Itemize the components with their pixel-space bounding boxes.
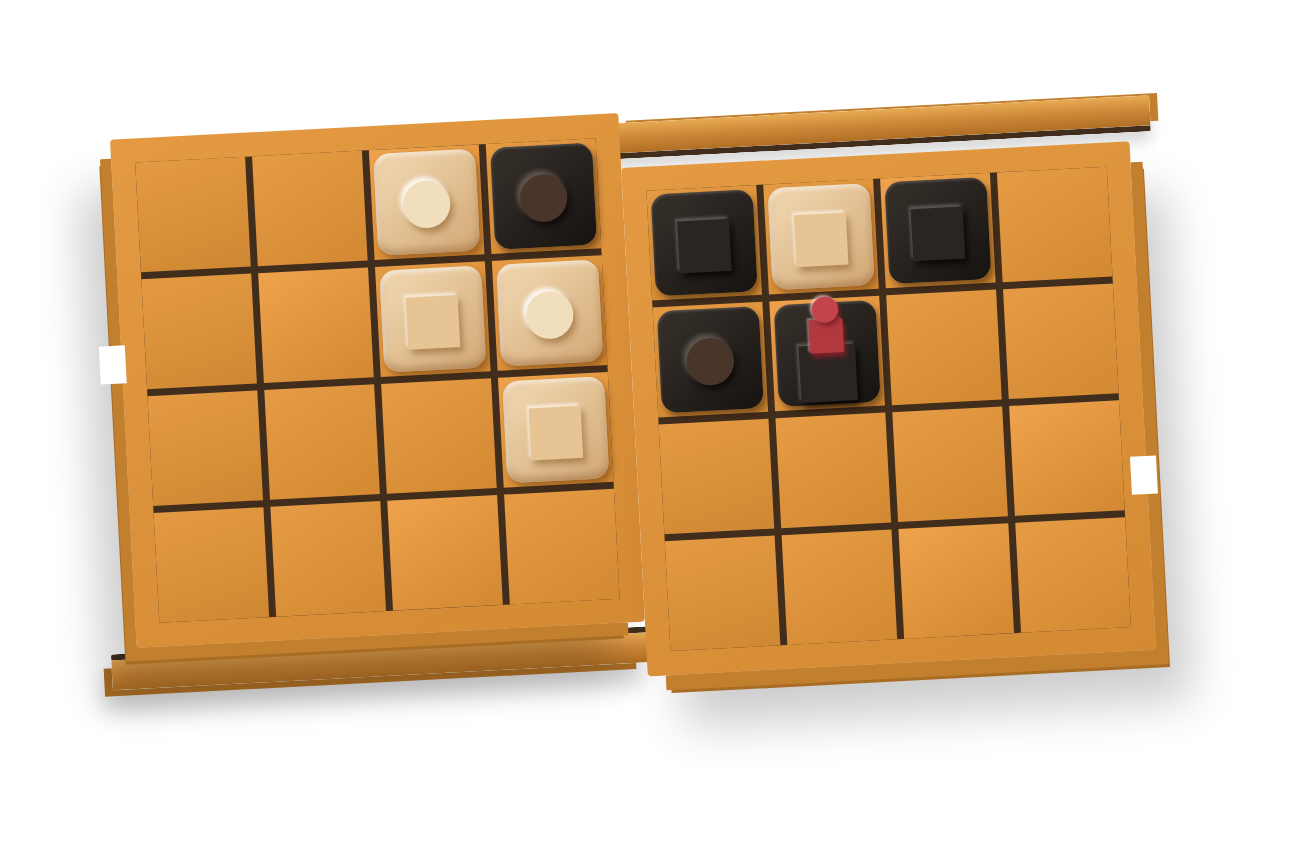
board-cell[interactable]	[270, 501, 386, 617]
light-ball-pawn[interactable]: ●	[492, 255, 608, 371]
board-cell[interactable]	[381, 378, 497, 494]
board-cell[interactable]: ●	[486, 138, 602, 254]
ball-icon: ●	[681, 324, 738, 389]
board-cell[interactable]	[258, 267, 374, 383]
board-cell[interactable]	[886, 290, 1002, 406]
board-cell[interactable]	[141, 274, 257, 390]
red-king-on-dark-cube[interactable]: ■■●	[769, 296, 885, 412]
board-cell[interactable]: ●	[492, 255, 608, 371]
board-cell[interactable]	[1015, 517, 1131, 633]
dark-ball-pawn[interactable]: ●	[486, 138, 602, 254]
ball-icon: ●	[398, 167, 455, 232]
cube-icon: ■	[399, 281, 467, 352]
dark-ball-pawn[interactable]: ●	[652, 302, 768, 418]
board-cell[interactable]	[997, 167, 1113, 283]
dark-cube-pawn[interactable]: ■	[880, 173, 996, 289]
board-cell[interactable]	[775, 413, 891, 529]
board-cell[interactable]	[1003, 283, 1119, 399]
board-cell[interactable]: ●	[369, 144, 485, 260]
left-edge-notch	[99, 345, 127, 384]
board-cell[interactable]	[387, 495, 503, 611]
left-board-panel: ●●■●■	[110, 113, 645, 648]
ball-icon: ●	[521, 277, 578, 342]
right-board-panel: ■■■●■■●	[621, 141, 1156, 676]
board-cell[interactable]	[898, 523, 1014, 639]
board-cell[interactable]: ■	[646, 185, 762, 301]
board-cell[interactable]: ■	[375, 261, 491, 377]
board-cell[interactable]	[252, 151, 368, 267]
board-cell[interactable]	[1009, 400, 1125, 516]
ball-icon: ●	[515, 160, 572, 225]
game-board: ●●■●■ ■■■●■■●	[110, 85, 1186, 779]
board-cell[interactable]	[892, 406, 1008, 522]
cube-icon: ■	[670, 205, 738, 276]
light-cube-pawn[interactable]: ■	[375, 261, 491, 377]
right-panel-grid: ■■■●■■●	[646, 167, 1130, 651]
cube-icon: ■	[904, 193, 972, 264]
board-cell[interactable]: ■■●	[769, 296, 885, 412]
cube-icon: ■	[787, 199, 855, 270]
cube-icon: ■	[522, 392, 590, 463]
ball-icon: ●	[809, 289, 840, 325]
board-cell[interactable]: ■	[880, 173, 996, 289]
board-cell[interactable]	[659, 419, 775, 535]
board-cell[interactable]	[782, 529, 898, 645]
light-cube-pawn[interactable]: ■	[763, 179, 879, 295]
right-edge-notch	[1130, 455, 1158, 494]
board-cell[interactable]: ■	[763, 179, 879, 295]
dark-cube-pawn[interactable]: ■	[646, 185, 762, 301]
light-cube-pawn[interactable]: ■	[498, 372, 614, 488]
board-cell[interactable]	[264, 384, 380, 500]
board-cell[interactable]: ■	[498, 372, 614, 488]
board-cell[interactable]	[147, 390, 263, 506]
light-ball-pawn[interactable]: ●	[369, 144, 485, 260]
photo-stage: ●●■●■ ■■■●■■●	[0, 0, 1296, 852]
board-cell[interactable]	[135, 157, 251, 273]
board-cell[interactable]: ●	[652, 302, 768, 418]
left-panel-grid: ●●■●■	[135, 138, 619, 622]
board-cell[interactable]	[504, 489, 620, 605]
board-cell[interactable]	[665, 536, 781, 652]
board-cell[interactable]	[154, 507, 270, 623]
